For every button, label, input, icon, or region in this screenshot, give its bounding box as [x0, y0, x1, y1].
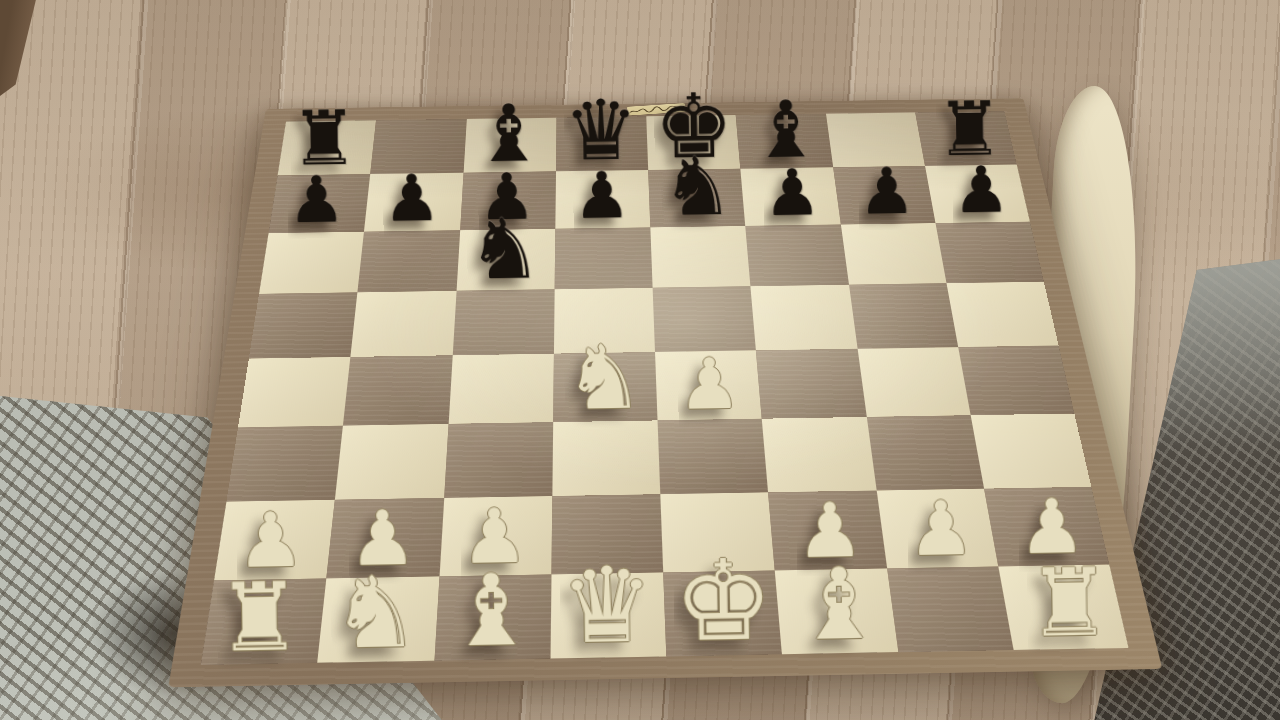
white-king-e1[interactable]: ♚: [673, 549, 774, 653]
square-c3[interactable]: [444, 422, 553, 497]
square-f7[interactable]: ♟: [741, 167, 841, 225]
chess-scene: ♜♝♛♚♝♜♟♟♟♟♞♟♟♟♞♞♟♟♟♟♟♟♟♜♞♝♛♚♝♜: [0, 0, 1280, 720]
white-pawn-g2[interactable]: ♟: [907, 495, 975, 565]
black-pawn-b7[interactable]: ♟: [383, 169, 441, 229]
square-b6[interactable]: [358, 230, 460, 292]
square-a1[interactable]: ♜: [201, 578, 327, 665]
square-e6[interactable]: [650, 226, 750, 288]
square-e5[interactable]: [653, 286, 757, 352]
square-b1[interactable]: ♞: [317, 576, 439, 663]
square-a3[interactable]: [226, 426, 343, 501]
black-knight-c6[interactable]: ♞: [467, 210, 543, 288]
white-rook-a1[interactable]: ♜: [216, 573, 302, 661]
square-c1[interactable]: ♝: [434, 574, 551, 660]
square-a7[interactable]: ♟: [269, 174, 371, 233]
black-pawn-g7[interactable]: ♟: [858, 162, 916, 221]
square-e3[interactable]: [658, 419, 769, 494]
square-h7[interactable]: ♟: [925, 165, 1030, 223]
square-h3[interactable]: [970, 414, 1091, 489]
square-g7[interactable]: ♟: [833, 166, 935, 224]
square-g1[interactable]: [887, 566, 1014, 652]
white-pawn-e4[interactable]: ♟: [677, 352, 741, 418]
square-d1[interactable]: ♛: [550, 572, 666, 658]
black-pawn-a7[interactable]: ♟: [287, 171, 345, 231]
square-a5[interactable]: [249, 292, 358, 358]
white-bishop-f1[interactable]: ♝: [794, 559, 883, 651]
square-h6[interactable]: [935, 221, 1044, 283]
square-c6[interactable]: ♞: [456, 229, 555, 291]
square-f4[interactable]: [756, 349, 866, 419]
chess-board: ♜♝♛♚♝♜♟♟♟♟♞♟♟♟♞♞♟♟♟♟♟♟♟♜♞♝♛♚♝♜: [168, 98, 1162, 687]
board-frame: ♜♝♛♚♝♜♟♟♟♟♞♟♟♟♞♞♟♟♟♟♟♟♟♜♞♝♛♚♝♜: [168, 98, 1162, 687]
square-g5[interactable]: [849, 283, 958, 349]
square-b4[interactable]: [343, 355, 452, 426]
black-pawn-h7[interactable]: ♟: [953, 161, 1011, 220]
square-h4[interactable]: [958, 346, 1074, 416]
square-e7[interactable]: ♞: [648, 169, 745, 227]
square-f1[interactable]: ♝: [775, 568, 898, 654]
square-g2[interactable]: ♟: [876, 488, 998, 568]
square-f6[interactable]: [745, 224, 848, 286]
square-b7[interactable]: ♟: [364, 173, 463, 232]
square-h1[interactable]: ♜: [998, 564, 1129, 650]
square-c5[interactable]: [452, 289, 554, 355]
square-a4[interactable]: [238, 357, 351, 428]
black-pawn-d7[interactable]: ♟: [573, 166, 631, 226]
square-d4[interactable]: ♞: [553, 352, 658, 422]
square-a6[interactable]: [259, 231, 364, 293]
square-c4[interactable]: [448, 354, 554, 424]
white-rook-h1[interactable]: ♜: [1027, 559, 1112, 647]
black-knight-e7[interactable]: ♞: [660, 149, 734, 224]
square-b3[interactable]: [335, 424, 448, 499]
square-e4[interactable]: ♟: [655, 350, 762, 420]
square-h5[interactable]: [946, 282, 1058, 348]
white-bishop-c1[interactable]: ♝: [447, 565, 537, 657]
square-d3[interactable]: [552, 421, 660, 496]
white-queen-d1[interactable]: ♛: [560, 557, 655, 655]
square-f3[interactable]: [762, 417, 876, 492]
square-b5[interactable]: [351, 291, 456, 357]
square-f5[interactable]: [751, 285, 857, 351]
square-g6[interactable]: [840, 223, 946, 285]
square-d6[interactable]: [554, 227, 652, 289]
black-pawn-f7[interactable]: ♟: [763, 164, 821, 224]
square-e1[interactable]: ♚: [663, 570, 782, 656]
white-knight-d4[interactable]: ♞: [564, 336, 645, 419]
white-knight-b1[interactable]: ♞: [330, 567, 420, 659]
board-grid: ♜♝♛♚♝♜♟♟♟♟♞♟♟♟♞♞♟♟♟♟♟♟♟♜♞♝♛♚♝♜: [201, 111, 1129, 665]
square-d7[interactable]: ♟: [555, 170, 650, 228]
square-g3[interactable]: [866, 415, 983, 490]
square-g4[interactable]: [857, 347, 970, 417]
